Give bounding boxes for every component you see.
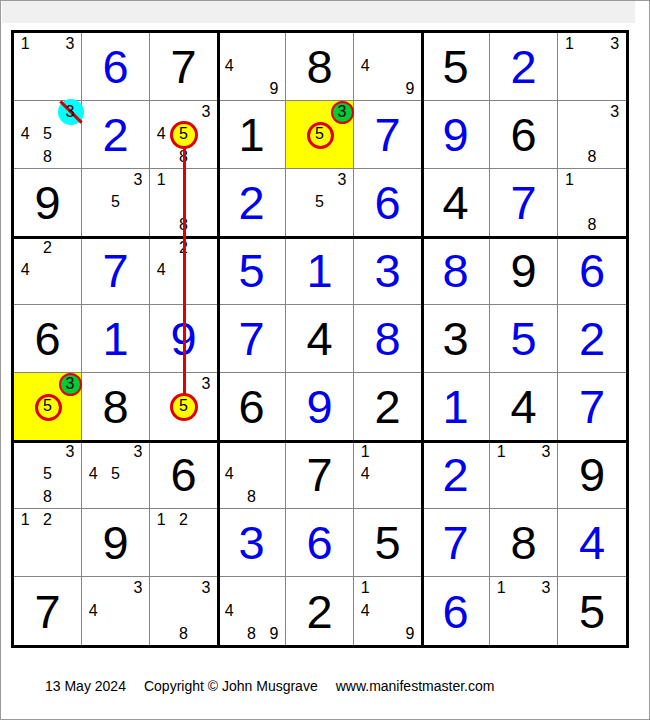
- pencil-mark: 4: [14, 259, 36, 281]
- pencil-mark: 4: [354, 55, 376, 77]
- solved-digit: 7: [422, 509, 489, 576]
- pencil-mark: 3: [127, 441, 149, 463]
- pencil-mark: 9: [263, 622, 285, 645]
- solved-digit: 9: [286, 373, 353, 440]
- given-digit: 7: [14, 577, 81, 645]
- cell-r5c4[interactable]: 7: [218, 305, 286, 373]
- pencil-marks: 13: [558, 33, 626, 100]
- cell-r9c4[interactable]: 489: [218, 577, 286, 645]
- pencil-mark: 8: [172, 622, 194, 645]
- box-border-vertical: [217, 33, 220, 645]
- given-digit: 6: [490, 101, 557, 168]
- solved-digit: 1: [286, 237, 353, 304]
- cell-r3c8[interactable]: 7: [490, 169, 558, 237]
- cell-r1c9[interactable]: 13: [558, 33, 626, 101]
- cell-r1c6[interactable]: 49: [354, 33, 422, 101]
- cell-r2c2[interactable]: 2: [82, 101, 150, 169]
- pencil-marks: 18: [558, 169, 626, 236]
- cell-r7c5[interactable]: 7: [286, 441, 354, 509]
- pencil-mark: 1: [558, 33, 581, 55]
- cell-r9c9[interactable]: 5: [558, 577, 626, 645]
- cell-r6c9[interactable]: 7: [558, 373, 626, 441]
- solved-digit: 6: [558, 237, 626, 304]
- cell-r1c2[interactable]: 6: [82, 33, 150, 101]
- solved-digit: 7: [218, 305, 285, 372]
- pencil-marks: 3458: [14, 101, 81, 168]
- pencil-mark: 4: [150, 123, 172, 145]
- pencil-mark: 1: [150, 509, 172, 531]
- cell-r3c6[interactable]: 6: [354, 169, 422, 237]
- cell-r9c8[interactable]: 13: [490, 577, 558, 645]
- cell-r2c7[interactable]: 9: [422, 101, 490, 169]
- solved-digit: 7: [490, 169, 557, 236]
- pencil-marks: 12: [150, 509, 217, 576]
- pencil-mark: 8: [581, 146, 604, 168]
- sudoku-board[interactable]: 1367498495213345823458135796389351823564…: [11, 30, 629, 648]
- solved-digit: 2: [558, 305, 626, 372]
- cell-r1c4[interactable]: 49: [218, 33, 286, 101]
- cell-r6c1[interactable]: 35: [14, 373, 82, 441]
- solved-digit: 7: [354, 101, 421, 168]
- pencil-mark: 9: [263, 78, 285, 100]
- pencil-mark: 4: [218, 55, 240, 77]
- pencil-mark: 5: [172, 123, 194, 145]
- footer-date: 13 May 2024: [45, 678, 126, 694]
- cell-r3c5[interactable]: 35: [286, 169, 354, 237]
- solved-digit: 6: [286, 509, 353, 576]
- cell-r9c6[interactable]: 149: [354, 577, 422, 645]
- cell-r6c2[interactable]: 8: [82, 373, 150, 441]
- given-digit: 9: [490, 237, 557, 304]
- solved-digit: 2: [422, 441, 489, 508]
- pencil-mark: 2: [172, 509, 194, 531]
- pencil-mark: 2: [36, 509, 58, 531]
- pencil-mark: 4: [150, 259, 172, 281]
- pencil-marks: 34: [82, 577, 149, 645]
- cell-r4c1[interactable]: 24: [14, 237, 82, 305]
- given-digit: 5: [558, 577, 626, 645]
- solved-digit: 7: [82, 237, 149, 304]
- pencil-mark: 3: [331, 101, 353, 123]
- pencil-mark: 3: [195, 101, 217, 123]
- pencil-marks: 38: [558, 101, 626, 168]
- pencil-mark: 5: [308, 123, 330, 145]
- cell-r2c4[interactable]: 1: [218, 101, 286, 169]
- pencil-mark: 1: [354, 441, 376, 463]
- solved-digit: 1: [82, 305, 149, 372]
- pencil-mark: 5: [308, 191, 330, 213]
- pencil-mark: 4: [14, 123, 36, 145]
- pencil-mark: 4: [82, 600, 104, 623]
- cell-r9c2[interactable]: 34: [82, 577, 150, 645]
- pencil-mark: 1: [490, 577, 512, 600]
- solved-digit: 2: [218, 169, 285, 236]
- pencil-mark: 4: [354, 600, 376, 623]
- cell-r4c9[interactable]: 6: [558, 237, 626, 305]
- given-digit: 8: [82, 373, 149, 440]
- given-digit: 4: [286, 305, 353, 372]
- pencil-mark: 1: [14, 33, 36, 55]
- pencil-mark: 1: [490, 441, 512, 463]
- cell-r2c9[interactable]: 38: [558, 101, 626, 169]
- cell-r7c1[interactable]: 358: [14, 441, 82, 509]
- pencil-marks: 345: [82, 441, 149, 508]
- given-digit: 3: [422, 305, 489, 372]
- cell-r6c6[interactable]: 2: [354, 373, 422, 441]
- solved-digit: 2: [82, 101, 149, 168]
- pencil-marks: 35: [82, 169, 149, 236]
- given-digit: 1: [218, 101, 285, 168]
- cell-r5c5[interactable]: 4: [286, 305, 354, 373]
- solved-digit: 5: [218, 237, 285, 304]
- cell-r9c3[interactable]: 38: [150, 577, 218, 645]
- given-digit: 9: [558, 441, 626, 508]
- cell-r9c1[interactable]: 7: [14, 577, 82, 645]
- pencil-marks: 24: [14, 237, 81, 304]
- box-border-vertical: [421, 33, 424, 645]
- pencil-mark: 4: [82, 463, 104, 485]
- cell-r1c5[interactable]: 8: [286, 33, 354, 101]
- pencil-mark: 3: [195, 577, 217, 600]
- pencil-mark: 5: [36, 463, 58, 485]
- solved-digit: 2: [490, 33, 557, 100]
- given-digit: 2: [286, 577, 353, 645]
- footer: 13 May 2024 Copyright © John Musgrave ww…: [45, 678, 494, 694]
- solved-digit: 7: [558, 373, 626, 440]
- cell-r6c4[interactable]: 6: [218, 373, 286, 441]
- cell-r3c9[interactable]: 18: [558, 169, 626, 237]
- cell-r8c7[interactable]: 7: [422, 509, 490, 577]
- cell-r7c7[interactable]: 2: [422, 441, 490, 509]
- pencil-mark: 4: [218, 600, 240, 623]
- footer-website: www.manifestmaster.com: [336, 678, 495, 694]
- given-digit: 8: [490, 509, 557, 576]
- cell-r4c6[interactable]: 3: [354, 237, 422, 305]
- pencil-mark: 3: [127, 577, 149, 600]
- given-digit: 8: [286, 33, 353, 100]
- given-digit: 6: [14, 305, 81, 372]
- cell-r8c2[interactable]: 9: [82, 509, 150, 577]
- pencil-mark: 3: [535, 441, 557, 463]
- cell-r2c1[interactable]: 3458: [14, 101, 82, 169]
- cell-r5c8[interactable]: 5: [490, 305, 558, 373]
- pencil-mark: 1: [150, 169, 172, 191]
- pencil-mark: 9: [399, 622, 421, 645]
- pencil-mark: 8: [36, 486, 58, 508]
- pencil-marks: 49: [354, 33, 421, 100]
- cell-r7c4[interactable]: 48: [218, 441, 286, 509]
- pencil-mark: 3: [603, 101, 626, 123]
- box-border-horizontal: [14, 236, 626, 239]
- pencil-mark: 4: [218, 463, 240, 485]
- cell-r8c5[interactable]: 6: [286, 509, 354, 577]
- pencil-mark: 1: [14, 509, 36, 531]
- cell-r8c9[interactable]: 4: [558, 509, 626, 577]
- solved-digit: 9: [422, 101, 489, 168]
- pencil-marks: 35: [286, 169, 353, 236]
- pencil-mark: 1: [558, 169, 581, 191]
- pencil-marks: 35: [286, 101, 353, 168]
- cell-r4c7[interactable]: 8: [422, 237, 490, 305]
- pencil-mark: 4: [354, 463, 376, 485]
- cell-r7c6[interactable]: 14: [354, 441, 422, 509]
- cell-r1c7[interactable]: 5: [422, 33, 490, 101]
- solved-digit: 4: [558, 509, 626, 576]
- cell-r8c6[interactable]: 5: [354, 509, 422, 577]
- pencil-marks: 49: [218, 33, 285, 100]
- pencil-mark: 8: [581, 214, 604, 236]
- pencil-marks: 149: [354, 577, 421, 645]
- cell-r4c4[interactable]: 5: [218, 237, 286, 305]
- footer-copyright: Copyright © John Musgrave: [144, 678, 318, 694]
- pencil-mark: 5: [104, 191, 126, 213]
- cell-r3c7[interactable]: 4: [422, 169, 490, 237]
- cell-r4c5[interactable]: 1: [286, 237, 354, 305]
- cell-r3c2[interactable]: 35: [82, 169, 150, 237]
- given-digit: 5: [354, 509, 421, 576]
- pencil-marks: 489: [218, 577, 285, 645]
- cell-r3c1[interactable]: 9: [14, 169, 82, 237]
- given-digit: 5: [422, 33, 489, 100]
- chain-link-line: [183, 147, 186, 394]
- pencil-mark: 3: [59, 101, 81, 123]
- cell-r9c5[interactable]: 2: [286, 577, 354, 645]
- solved-digit: 3: [218, 509, 285, 576]
- cell-r8c8[interactable]: 8: [490, 509, 558, 577]
- given-digit: 6: [218, 373, 285, 440]
- cell-r8c1[interactable]: 12: [14, 509, 82, 577]
- given-digit: 7: [286, 441, 353, 508]
- pencil-mark: 3: [59, 33, 81, 55]
- solved-digit: 1: [422, 373, 489, 440]
- cell-r7c9[interactable]: 9: [558, 441, 626, 509]
- pencil-mark: 8: [240, 486, 262, 508]
- pencil-mark: 9: [399, 78, 421, 100]
- pencil-marks: 38: [150, 577, 217, 645]
- cell-r2c8[interactable]: 6: [490, 101, 558, 169]
- pencil-mark: 2: [36, 237, 58, 259]
- solved-digit: 8: [422, 237, 489, 304]
- pencil-marks: 13: [490, 441, 557, 508]
- cell-r6c5[interactable]: 9: [286, 373, 354, 441]
- pencil-mark: 5: [172, 395, 194, 417]
- cell-r5c2[interactable]: 1: [82, 305, 150, 373]
- pencil-mark: 3: [59, 441, 81, 463]
- cell-r5c9[interactable]: 2: [558, 305, 626, 373]
- given-digit: 4: [490, 373, 557, 440]
- cell-r3c4[interactable]: 2: [218, 169, 286, 237]
- solved-digit: 6: [82, 33, 149, 100]
- cell-r1c8[interactable]: 2: [490, 33, 558, 101]
- pencil-marks: 48: [218, 441, 285, 508]
- solved-digit: 6: [354, 169, 421, 236]
- cell-r7c2[interactable]: 345: [82, 441, 150, 509]
- pencil-mark: 3: [331, 169, 353, 191]
- cell-r7c8[interactable]: 13: [490, 441, 558, 509]
- pencil-marks: 14: [354, 441, 421, 508]
- cell-r5c1[interactable]: 6: [14, 305, 82, 373]
- pencil-mark: 8: [36, 146, 58, 168]
- given-digit: 9: [14, 169, 81, 236]
- cell-r2c5[interactable]: 35: [286, 101, 354, 169]
- pencil-marks: 13: [14, 33, 81, 100]
- pencil-mark: 5: [104, 463, 126, 485]
- cell-r7c3[interactable]: 6: [150, 441, 218, 509]
- cell-r9c7[interactable]: 6: [422, 577, 490, 645]
- pencil-mark: 5: [36, 123, 58, 145]
- pencil-marks: 358: [14, 441, 81, 508]
- pencil-mark: 8: [240, 622, 262, 645]
- cell-r4c8[interactable]: 9: [490, 237, 558, 305]
- pencil-mark: 5: [36, 395, 58, 417]
- solved-digit: 3: [354, 237, 421, 304]
- sudoku-page: 1367498495213345823458135796389351823564…: [0, 0, 650, 720]
- pencil-mark: 3: [59, 373, 81, 395]
- pencil-marks: 12: [14, 509, 81, 576]
- window-top-band: [2, 1, 635, 23]
- pencil-mark: 3: [603, 33, 626, 55]
- pencil-mark: 3: [195, 373, 217, 395]
- pencil-mark: 3: [127, 169, 149, 191]
- given-digit: 6: [150, 441, 217, 508]
- solved-digit: 6: [422, 577, 489, 645]
- cell-r8c4[interactable]: 3: [218, 509, 286, 577]
- given-digit: 7: [150, 33, 217, 100]
- solved-digit: 5: [490, 305, 557, 372]
- pencil-marks: 13: [490, 577, 557, 645]
- given-digit: 4: [422, 169, 489, 236]
- cell-r5c6[interactable]: 8: [354, 305, 422, 373]
- cell-r8c3[interactable]: 12: [150, 509, 218, 577]
- cell-r4c2[interactable]: 7: [82, 237, 150, 305]
- given-digit: 2: [354, 373, 421, 440]
- cell-r1c1[interactable]: 13: [14, 33, 82, 101]
- cell-r1c3[interactable]: 7: [150, 33, 218, 101]
- cell-r6c8[interactable]: 4: [490, 373, 558, 441]
- pencil-mark: 3: [535, 577, 557, 600]
- given-digit: 9: [82, 509, 149, 576]
- cell-r6c7[interactable]: 1: [422, 373, 490, 441]
- cell-r2c6[interactable]: 7: [354, 101, 422, 169]
- pencil-marks: 35: [14, 373, 81, 440]
- solved-digit: 8: [354, 305, 421, 372]
- pencil-mark: 1: [354, 577, 376, 600]
- box-border-horizontal: [14, 440, 626, 443]
- cell-r5c7[interactable]: 3: [422, 305, 490, 373]
